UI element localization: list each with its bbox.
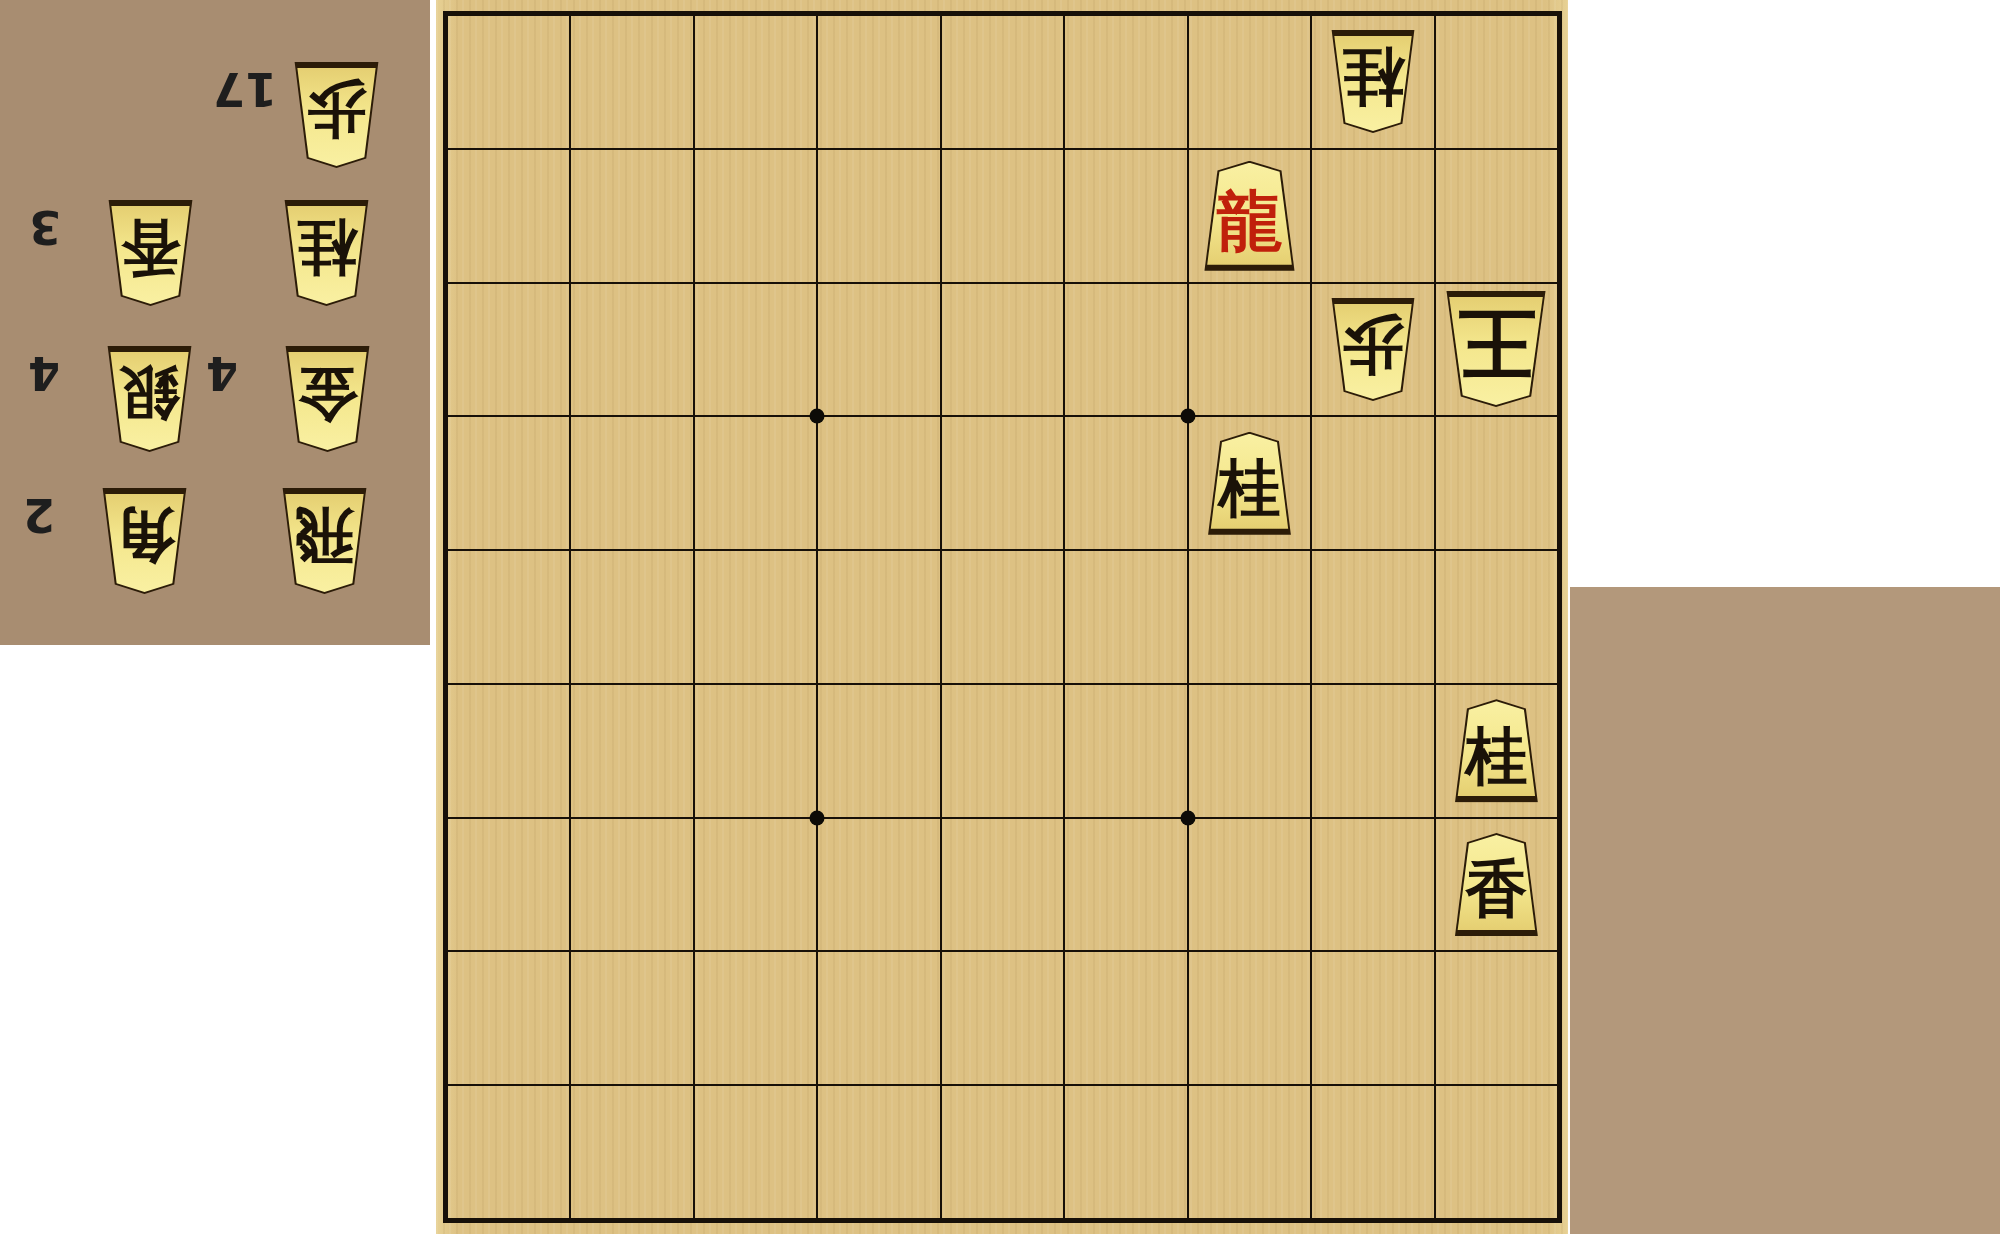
board-cell-7-7[interactable] (694, 818, 817, 952)
shogi-piece-keima-knight-gote[interactable]: 桂 (280, 200, 373, 306)
star-point (810, 409, 825, 424)
board-cell-1-4[interactable] (1435, 416, 1558, 550)
board-cell-5-9[interactable] (941, 1085, 1064, 1219)
board-cell-5-4[interactable] (941, 416, 1064, 550)
board-cell-4-9[interactable] (1064, 1085, 1187, 1219)
board-cell-4-3[interactable] (1064, 283, 1187, 417)
piece-face: 香 (107, 206, 194, 304)
piece-face: 歩 (293, 68, 380, 166)
board-cell-3-6[interactable] (1188, 684, 1311, 818)
board-cell-8-1[interactable] (570, 15, 693, 149)
board-cell-3-1[interactable] (1188, 15, 1311, 149)
board-cell-7-5[interactable] (694, 550, 817, 684)
board-cell-7-8[interactable] (694, 951, 817, 1085)
board-cell-3-3[interactable] (1188, 283, 1311, 417)
board-cell-7-4[interactable] (694, 416, 817, 550)
hand-piece-count-gin-silver: 4 (28, 350, 90, 396)
board-cell-4-8[interactable] (1064, 951, 1187, 1085)
board-cell-1-9[interactable] (1435, 1085, 1558, 1219)
board-cell-6-4[interactable] (817, 416, 940, 550)
board-cell-2-9[interactable] (1311, 1085, 1434, 1219)
board-cell-5-5[interactable] (941, 550, 1064, 684)
board-cell-7-1[interactable] (694, 15, 817, 149)
board-cell-8-6[interactable] (570, 684, 693, 818)
board-cell-2-7[interactable] (1311, 818, 1434, 952)
hand-piece-count-fu-pawn: 17 (215, 66, 277, 112)
board-grid (443, 11, 1562, 1223)
board-cell-9-9[interactable] (447, 1085, 570, 1219)
shogi-piece-kyosha-lance-gote[interactable]: 香 (104, 200, 197, 306)
piece-face: 桂 (1330, 36, 1416, 131)
board-cell-6-2[interactable] (817, 149, 940, 283)
board-cell-9-5[interactable] (447, 550, 570, 684)
board-cell-5-1[interactable] (941, 15, 1064, 149)
star-point (1180, 409, 1195, 424)
board-cell-5-2[interactable] (941, 149, 1064, 283)
board-cell-9-7[interactable] (447, 818, 570, 952)
board-cell-7-3[interactable] (694, 283, 817, 417)
board-cell-9-6[interactable] (447, 684, 570, 818)
board-cell-5-8[interactable] (941, 951, 1064, 1085)
shogi-piece-hisha-rook-gote[interactable]: 飛 (278, 488, 371, 594)
board-cell-2-2[interactable] (1311, 149, 1434, 283)
board-cell-5-6[interactable] (941, 684, 1064, 818)
board-cell-7-2[interactable] (694, 149, 817, 283)
star-point (810, 810, 825, 825)
piece-face: 香 (1453, 835, 1539, 930)
board-cell-8-7[interactable] (570, 818, 693, 952)
board-cell-8-9[interactable] (570, 1085, 693, 1219)
board-cell-8-2[interactable] (570, 149, 693, 283)
piece-face: 桂 (283, 206, 370, 304)
shogi-board: 桂龍歩王桂桂香 (436, 0, 1568, 1234)
board-cell-4-2[interactable] (1064, 149, 1187, 283)
board-cell-3-7[interactable] (1188, 818, 1311, 952)
board-cell-4-1[interactable] (1064, 15, 1187, 149)
board-cell-7-6[interactable] (694, 684, 817, 818)
board-cell-6-9[interactable] (817, 1085, 940, 1219)
board-cell-3-8[interactable] (1188, 951, 1311, 1085)
shogi-piece-kin-gold-gote[interactable]: 金 (281, 346, 374, 452)
piece-face: 龍 (1202, 163, 1296, 265)
board-cell-4-6[interactable] (1064, 684, 1187, 818)
piece-face: 飛 (281, 494, 368, 592)
board-cell-7-9[interactable] (694, 1085, 817, 1219)
board-cell-2-5[interactable] (1311, 550, 1434, 684)
board-cell-4-5[interactable] (1064, 550, 1187, 684)
board-cell-9-3[interactable] (447, 283, 570, 417)
board-cell-4-4[interactable] (1064, 416, 1187, 550)
board-cell-6-6[interactable] (817, 684, 940, 818)
board-cell-2-6[interactable] (1311, 684, 1434, 818)
hand-piece-count-kin-gold: 4 (206, 350, 268, 396)
board-cell-3-5[interactable] (1188, 550, 1311, 684)
board-cell-6-1[interactable] (817, 15, 940, 149)
board-cell-1-2[interactable] (1435, 149, 1558, 283)
board-cell-1-8[interactable] (1435, 951, 1558, 1085)
gote-captured-pieces-tray: 歩17香3桂銀4金4角2飛 (0, 0, 430, 645)
board-cell-6-7[interactable] (817, 818, 940, 952)
board-cell-4-7[interactable] (1064, 818, 1187, 952)
board-cell-3-9[interactable] (1188, 1085, 1311, 1219)
board-cell-6-5[interactable] (817, 550, 940, 684)
piece-face: 桂 (1206, 434, 1292, 529)
piece-face: 角 (101, 494, 188, 592)
piece-face: 銀 (106, 352, 193, 450)
board-cell-5-3[interactable] (941, 283, 1064, 417)
piece-face: 桂 (1453, 701, 1539, 796)
board-cell-5-7[interactable] (941, 818, 1064, 952)
board-cell-8-5[interactable] (570, 550, 693, 684)
hand-piece-count-kyosha-lance: 3 (29, 204, 91, 250)
board-cell-9-2[interactable] (447, 149, 570, 283)
sente-captured-pieces-tray (1570, 587, 2000, 1234)
board-cell-8-3[interactable] (570, 283, 693, 417)
board-cell-8-8[interactable] (570, 951, 693, 1085)
piece-face: 歩 (1330, 304, 1416, 399)
piece-face: 金 (284, 352, 371, 450)
hand-piece-count-kaku-bishop: 2 (23, 492, 85, 538)
star-point (1180, 810, 1195, 825)
board-cell-9-8[interactable] (447, 951, 570, 1085)
shogi-piece-fu-pawn-gote[interactable]: 歩 (290, 62, 383, 168)
board-cell-6-3[interactable] (817, 283, 940, 417)
board-cell-2-4[interactable] (1311, 416, 1434, 550)
board-cell-8-4[interactable] (570, 416, 693, 550)
board-cell-1-5[interactable] (1435, 550, 1558, 684)
board-cell-9-1[interactable] (447, 15, 570, 149)
shogi-piece-kaku-bishop-gote[interactable]: 角 (98, 488, 191, 594)
board-cell-9-4[interactable] (447, 416, 570, 550)
board-cell-2-8[interactable] (1311, 951, 1434, 1085)
shogi-piece-gin-silver-gote[interactable]: 銀 (103, 346, 196, 452)
shogi-diagram: 歩17香3桂銀4金4角2飛 桂龍歩王桂桂香 (0, 0, 2000, 1234)
board-cell-1-1[interactable] (1435, 15, 1558, 149)
board-cell-6-8[interactable] (817, 951, 940, 1085)
